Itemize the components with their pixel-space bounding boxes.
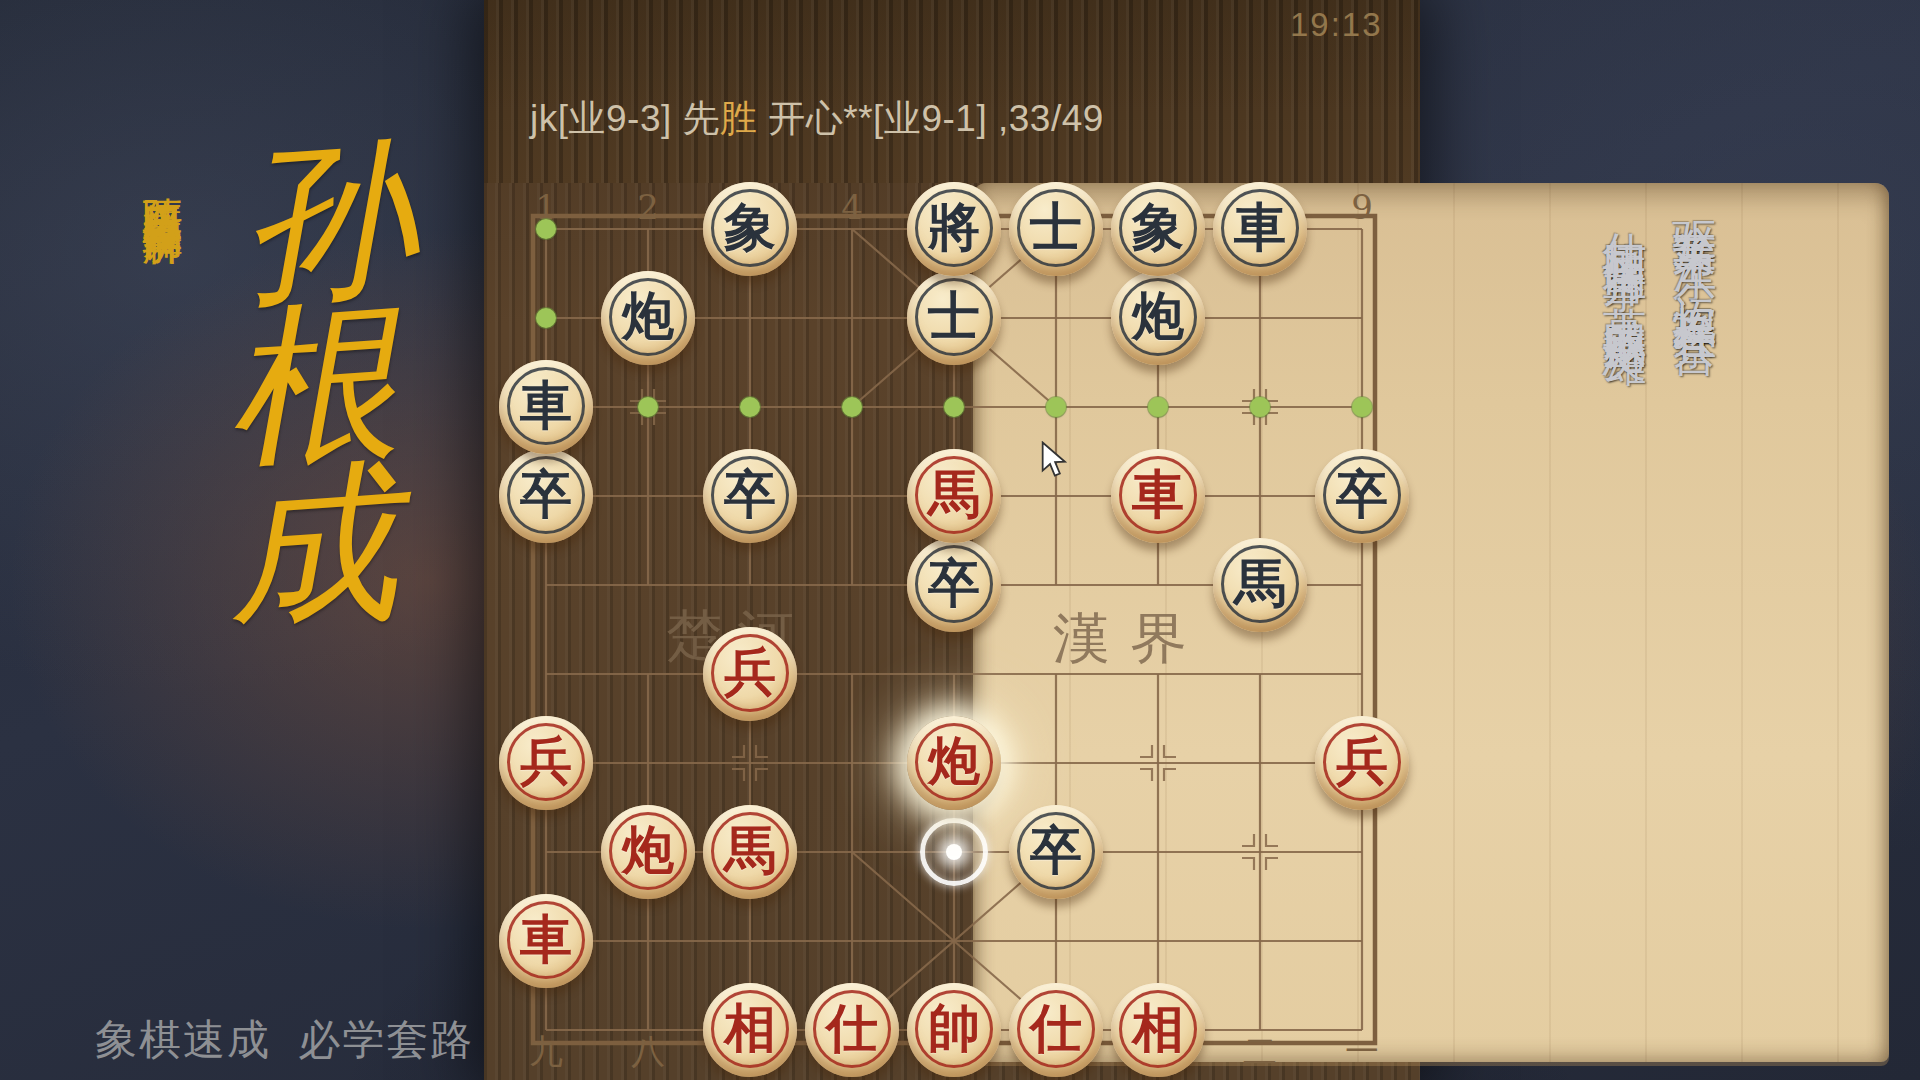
timer: 19:13 [1290, 6, 1383, 44]
piece-black-炮[interactable]: 炮 [601, 271, 695, 365]
piece-red-馬[interactable]: 馬 [703, 805, 797, 899]
move-hint-dot[interactable] [536, 219, 556, 239]
couplet-column-left: 仕相同谋将帅事 莫由成败论英雄 [1596, 198, 1655, 314]
river-text-han: 漢界 [1053, 603, 1207, 677]
piece-black-卒[interactable]: 卒 [1009, 805, 1103, 899]
presenter-calligraphy: 孙根成 [205, 136, 418, 632]
title-player-red: jk[业9-3] 先 [530, 98, 720, 139]
piece-red-炮[interactable]: 炮 [907, 716, 1001, 810]
piece-character: 車 [1119, 456, 1197, 534]
mouse-cursor [1041, 441, 1071, 481]
move-hint-dot[interactable] [944, 397, 964, 417]
coord-label-bottom-8: 二 [1230, 1027, 1290, 1075]
piece-red-相[interactable]: 相 [1111, 983, 1205, 1077]
piece-character: 士 [1017, 189, 1095, 267]
coord-label-bottom-2: 八 [618, 1027, 678, 1075]
piece-character: 將 [915, 189, 993, 267]
coord-label-top-4: 4 [822, 183, 882, 231]
piece-character: 車 [507, 367, 585, 445]
piece-character: 仕 [813, 990, 891, 1068]
piece-red-兵[interactable]: 兵 [1315, 716, 1409, 810]
piece-red-兵[interactable]: 兵 [703, 627, 797, 721]
piece-character: 車 [507, 901, 585, 979]
coord-label-top-2: 2 [618, 183, 678, 231]
move-hint-dot[interactable] [1148, 397, 1168, 417]
move-hint-dot[interactable] [536, 308, 556, 328]
piece-black-卒[interactable]: 卒 [1315, 449, 1409, 543]
piece-character: 炮 [915, 723, 993, 801]
piece-red-兵[interactable]: 兵 [499, 716, 593, 810]
piece-character: 卒 [915, 545, 993, 623]
couplet-line: 仕相同谋将帅事 [1596, 198, 1655, 240]
piece-red-相[interactable]: 相 [703, 983, 797, 1077]
left-subtitle: 陕西棋王象棋高端局讲解 [136, 166, 191, 199]
piece-black-車[interactable]: 車 [499, 360, 593, 454]
couplet-line: 莫由成败论英雄 [1596, 272, 1655, 314]
piece-character: 帥 [915, 990, 993, 1068]
piece-character: 馬 [1221, 545, 1299, 623]
piece-character: 卒 [507, 456, 585, 534]
piece-character: 兵 [507, 723, 585, 801]
piece-character: 卒 [1323, 456, 1401, 534]
move-hint-dot[interactable] [740, 397, 760, 417]
piece-character: 卒 [1017, 812, 1095, 890]
piece-black-卒[interactable]: 卒 [499, 449, 593, 543]
coord-label-bottom-9: 一 [1332, 1027, 1392, 1075]
coord-label-bottom-1: 九 [516, 1027, 576, 1075]
piece-black-象[interactable]: 象 [703, 182, 797, 276]
piece-character: 馬 [915, 456, 993, 534]
top-bar [484, 0, 1420, 183]
footer-slogan: 象棋速成 必学套路 [95, 1012, 474, 1068]
piece-red-馬[interactable]: 馬 [907, 449, 1001, 543]
move-hint-dot[interactable] [638, 397, 658, 417]
piece-red-仕[interactable]: 仕 [1009, 983, 1103, 1077]
piece-black-卒[interactable]: 卒 [907, 538, 1001, 632]
piece-black-炮[interactable]: 炮 [1111, 271, 1205, 365]
piece-character: 象 [711, 189, 789, 267]
piece-red-車[interactable]: 車 [499, 894, 593, 988]
move-origin-marker [920, 818, 988, 886]
piece-character: 車 [1221, 189, 1299, 267]
match-title: jk[业9-3] 先胜 开心**[业9-1] ,33/49 [530, 94, 1104, 144]
piece-black-馬[interactable]: 馬 [1213, 538, 1307, 632]
couplet-column-right: 驱车策马下江东 运炮挥兵在禁宫 [1666, 186, 1725, 302]
piece-black-車[interactable]: 車 [1213, 182, 1307, 276]
piece-character: 炮 [1119, 278, 1197, 356]
piece-black-象[interactable]: 象 [1111, 182, 1205, 276]
piece-character: 仕 [1017, 990, 1095, 1068]
piece-character: 相 [1119, 990, 1197, 1068]
piece-black-士[interactable]: 士 [907, 271, 1001, 365]
move-hint-dot[interactable] [842, 397, 862, 417]
piece-black-將[interactable]: 將 [907, 182, 1001, 276]
piece-character: 炮 [609, 278, 687, 356]
piece-character: 士 [915, 278, 993, 356]
piece-character: 相 [711, 990, 789, 1068]
piece-red-帥[interactable]: 帥 [907, 983, 1001, 1077]
piece-character: 兵 [1323, 723, 1401, 801]
move-origin-dot [946, 844, 962, 860]
title-win-indicator: 胜 [720, 98, 758, 139]
move-hint-dot[interactable] [1352, 397, 1372, 417]
screen: jk[业9-3] 先胜 开心**[业9-1] ,33/49 19:13 楚河 漢… [0, 0, 1920, 1080]
piece-character: 馬 [711, 812, 789, 890]
couplet-line: 运炮挥兵在禁宫 [1666, 260, 1725, 302]
title-player-black: 开心**[业9-1] ,33/49 [758, 98, 1104, 139]
piece-black-卒[interactable]: 卒 [703, 449, 797, 543]
couplet-line: 驱车策马下江东 [1666, 186, 1725, 228]
move-hint-dot[interactable] [1046, 397, 1066, 417]
piece-character: 卒 [711, 456, 789, 534]
piece-black-士[interactable]: 士 [1009, 182, 1103, 276]
piece-red-車[interactable]: 車 [1111, 449, 1205, 543]
piece-character: 兵 [711, 634, 789, 712]
move-hint-dot[interactable] [1250, 397, 1270, 417]
piece-red-仕[interactable]: 仕 [805, 983, 899, 1077]
piece-character: 炮 [609, 812, 687, 890]
piece-character: 象 [1119, 189, 1197, 267]
piece-red-炮[interactable]: 炮 [601, 805, 695, 899]
coord-label-top-9: 9 [1332, 183, 1392, 231]
calligraphy-char: 成 [220, 459, 411, 633]
